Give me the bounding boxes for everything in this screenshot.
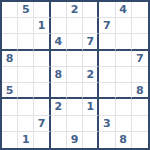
cell-r8c2[interactable] (18, 116, 34, 132)
given-cell-r5c4[interactable]: 8 (51, 67, 67, 83)
cell-r5c5[interactable] (67, 67, 83, 83)
given-cell-r9c8[interactable]: 8 (116, 132, 132, 148)
given-cell-r7c6[interactable]: 1 (83, 99, 99, 115)
given-cell-r6c1[interactable]: 5 (2, 83, 18, 99)
given-cell-r2c3[interactable]: 1 (34, 18, 50, 34)
cell-r1c1[interactable] (2, 2, 18, 18)
cell-r3c2[interactable] (18, 34, 34, 50)
cell-r6c8[interactable] (116, 83, 132, 99)
cell-r2c5[interactable] (67, 18, 83, 34)
cell-r1c6[interactable] (83, 2, 99, 18)
cell-r7c7[interactable] (99, 99, 115, 115)
cell-r3c9[interactable] (132, 34, 148, 50)
cell-r4c6[interactable] (83, 51, 99, 67)
cell-r8c9[interactable] (132, 116, 148, 132)
cell-r3c1[interactable] (2, 34, 18, 50)
cell-r9c9[interactable] (132, 132, 148, 148)
given-cell-r4c9[interactable]: 7 (132, 51, 148, 67)
cell-r7c2[interactable] (18, 99, 34, 115)
cell-r4c5[interactable] (67, 51, 83, 67)
given-cell-r1c5[interactable]: 2 (67, 2, 83, 18)
given-cell-r9c5[interactable]: 9 (67, 132, 83, 148)
given-cell-r6c9[interactable]: 8 (132, 83, 148, 99)
cell-r5c8[interactable] (116, 67, 132, 83)
cell-r2c6[interactable] (83, 18, 99, 34)
cell-r8c8[interactable] (116, 116, 132, 132)
given-cell-r1c8[interactable]: 4 (116, 2, 132, 18)
cell-r6c5[interactable] (67, 83, 83, 99)
cell-r6c7[interactable] (99, 83, 115, 99)
given-cell-r4c1[interactable]: 8 (2, 51, 18, 67)
cell-r8c1[interactable] (2, 116, 18, 132)
cell-r5c9[interactable] (132, 67, 148, 83)
given-cell-r3c4[interactable]: 4 (51, 34, 67, 50)
given-cell-r1c2[interactable]: 5 (18, 2, 34, 18)
cell-r4c4[interactable] (51, 51, 67, 67)
cell-r4c7[interactable] (99, 51, 115, 67)
given-cell-r5c6[interactable]: 2 (83, 67, 99, 83)
cell-r7c1[interactable] (2, 99, 18, 115)
cell-r8c6[interactable] (83, 116, 99, 132)
cell-r9c4[interactable] (51, 132, 67, 148)
cell-r1c4[interactable] (51, 2, 67, 18)
cell-r7c9[interactable] (132, 99, 148, 115)
cell-r3c3[interactable] (34, 34, 50, 50)
cell-r7c8[interactable] (116, 99, 132, 115)
cell-r5c2[interactable] (18, 67, 34, 83)
given-cell-r3c6[interactable]: 7 (83, 34, 99, 50)
cell-r7c3[interactable] (34, 99, 50, 115)
cell-r9c6[interactable] (83, 132, 99, 148)
cell-r6c6[interactable] (83, 83, 99, 99)
given-cell-r9c2[interactable]: 1 (18, 132, 34, 148)
cell-r9c1[interactable] (2, 132, 18, 148)
given-cell-r8c7[interactable]: 3 (99, 116, 115, 132)
cell-r1c3[interactable] (34, 2, 50, 18)
cell-r1c9[interactable] (132, 2, 148, 18)
cell-r9c7[interactable] (99, 132, 115, 148)
cell-r6c2[interactable] (18, 83, 34, 99)
given-cell-r2c7[interactable]: 7 (99, 18, 115, 34)
given-cell-r7c4[interactable]: 2 (51, 99, 67, 115)
cell-r3c7[interactable] (99, 34, 115, 50)
cell-r3c5[interactable] (67, 34, 83, 50)
cell-r2c8[interactable] (116, 18, 132, 34)
cell-r6c4[interactable] (51, 83, 67, 99)
cell-r2c1[interactable] (2, 18, 18, 34)
cell-r2c4[interactable] (51, 18, 67, 34)
cell-r5c3[interactable] (34, 67, 50, 83)
cell-r3c8[interactable] (116, 34, 132, 50)
cell-r1c7[interactable] (99, 2, 115, 18)
cell-r8c5[interactable] (67, 116, 83, 132)
cell-r4c2[interactable] (18, 51, 34, 67)
cell-r2c2[interactable] (18, 18, 34, 34)
sudoku-board: 52417478782582173198 (0, 0, 150, 150)
cell-r7c5[interactable] (67, 99, 83, 115)
cell-r4c8[interactable] (116, 51, 132, 67)
cell-r2c9[interactable] (132, 18, 148, 34)
cell-r5c7[interactable] (99, 67, 115, 83)
cell-r8c4[interactable] (51, 116, 67, 132)
cell-r6c3[interactable] (34, 83, 50, 99)
cell-r4c3[interactable] (34, 51, 50, 67)
cell-r9c3[interactable] (34, 132, 50, 148)
cell-r5c1[interactable] (2, 67, 18, 83)
given-cell-r8c3[interactable]: 7 (34, 116, 50, 132)
